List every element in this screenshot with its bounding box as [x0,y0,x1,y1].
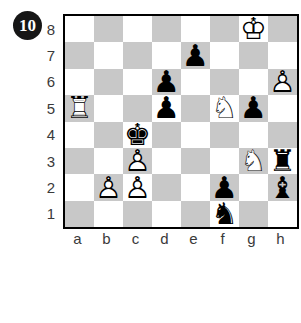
square-b1 [94,201,123,227]
square-b6 [94,69,123,95]
square-e2 [181,174,210,200]
rank-label-1: 1 [28,201,55,227]
file-labels: abcdefgh [63,230,295,247]
rank-label-4: 4 [28,122,55,148]
square-b5 [94,95,123,121]
black-piece-glyph: ♟ [182,41,209,71]
piece-wK-g8: ♚♔ [240,14,267,44]
piece-bP-e7: ♟ [182,41,209,71]
piece-wP-h6: ♟♙ [269,67,296,97]
square-f8 [210,16,239,42]
square-g3: ♞♘ [239,148,268,174]
black-piece-glyph: ♟ [240,93,267,123]
rank-label-6: 6 [28,69,55,95]
white-piece-outline: ♘ [211,93,238,123]
square-c2: ♟♙ [123,174,152,200]
black-piece-glyph: ♟ [153,93,180,123]
square-h8 [268,16,297,42]
square-e3 [181,148,210,174]
square-e1 [181,201,210,227]
square-c6 [123,69,152,95]
square-f1: ♞ [210,201,239,227]
square-b8 [94,16,123,42]
white-piece-outline: ♙ [95,173,122,203]
square-d3 [152,148,181,174]
square-f5: ♞♘ [210,95,239,121]
piece-bP-g5: ♟ [240,93,267,123]
file-label-b: b [92,230,121,247]
chess-board: ♚♔♟♟♟♙♜♖♟♞♘♟♚♟♙♞♘♜♟♙♟♙♟♝♞ [63,14,299,229]
square-g2 [239,174,268,200]
white-piece-outline: ♙ [269,67,296,97]
white-piece-outline: ♖ [66,93,93,123]
square-a3 [65,148,94,174]
square-c7 [123,42,152,68]
piece-wP-c2: ♟♙ [124,173,151,203]
rank-label-2: 2 [28,174,55,200]
square-c1 [123,201,152,227]
square-b7 [94,42,123,68]
square-d1 [152,201,181,227]
square-c8 [123,16,152,42]
square-a2 [65,174,94,200]
square-e5 [181,95,210,121]
square-a8 [65,16,94,42]
white-piece-outline: ♔ [240,14,267,44]
square-e4 [181,122,210,148]
white-piece-outline: ♘ [240,146,267,176]
square-f4 [210,122,239,148]
file-label-g: g [237,230,266,247]
piece-wP-b2: ♟♙ [95,173,122,203]
square-h1 [268,201,297,227]
piece-bB-h2: ♝ [269,173,296,203]
square-a1 [65,201,94,227]
square-d8 [152,16,181,42]
square-f7 [210,42,239,68]
square-d4 [152,122,181,148]
square-a4 [65,122,94,148]
rank-label-5: 5 [28,95,55,121]
square-b4 [94,122,123,148]
piece-wN-g3: ♞♘ [240,146,267,176]
square-g7 [239,42,268,68]
file-label-e: e [179,230,208,247]
square-d2 [152,174,181,200]
black-piece-glyph: ♝ [269,173,296,203]
rank-labels: 87654321 [28,16,55,227]
rank-label-8: 8 [28,16,55,42]
chess-diagram-page: 10 87654321 ♚♔♟♟♟♙♜♖♟♞♘♟♚♟♙♞♘♜♟♙♟♙♟♝♞ ab… [0,0,301,323]
rank-label-3: 3 [28,148,55,174]
square-a5: ♜♖ [65,95,94,121]
square-e7: ♟ [181,42,210,68]
square-d5: ♟ [152,95,181,121]
square-g8: ♚♔ [239,16,268,42]
file-label-f: f [208,230,237,247]
piece-bN-f1: ♞ [211,199,238,229]
piece-wR-a5: ♜♖ [66,93,93,123]
file-label-a: a [63,230,92,247]
white-piece-outline: ♙ [124,173,151,203]
rank-label-7: 7 [28,42,55,68]
square-b2: ♟♙ [94,174,123,200]
black-piece-glyph: ♞ [211,199,238,229]
square-h5 [268,95,297,121]
square-h6: ♟♙ [268,69,297,95]
square-e6 [181,69,210,95]
file-label-h: h [266,230,295,247]
piece-wN-f5: ♞♘ [211,93,238,123]
file-label-c: c [121,230,150,247]
square-g5: ♟ [239,95,268,121]
square-g1 [239,201,268,227]
square-h2: ♝ [268,174,297,200]
file-label-d: d [150,230,179,247]
piece-bP-d5: ♟ [153,93,180,123]
square-a7 [65,42,94,68]
